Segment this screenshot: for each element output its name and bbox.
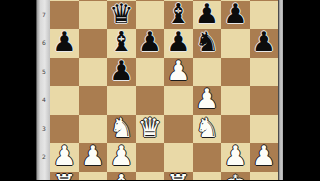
square-d5[interactable]	[136, 58, 165, 87]
rank-label-5: 5	[37, 58, 50, 87]
piece-white-pawn-b2: ♟	[81, 142, 105, 171]
piece-black-pawn-g7: ♟	[223, 0, 247, 28]
piece-white-pawn-f4: ♟	[195, 85, 219, 114]
piece-white-pawn-h2: ♟	[252, 142, 276, 171]
square-b5[interactable]	[79, 58, 108, 87]
square-b6[interactable]	[79, 29, 108, 58]
piece-black-bishop-e7: ♝	[166, 0, 190, 28]
rank-label-7: 7	[37, 1, 50, 30]
piece-black-queen-c7: ♛	[109, 0, 133, 28]
square-f6[interactable]: ♞	[193, 29, 222, 58]
chess-board: ♛♝♟♟♟♝♟♟♞♟♟♟♟♞♛♞♟♟♟♟♟♜♝♜♚	[50, 0, 278, 180]
board-viewport: ♛♝♟♟♟♝♟♟♞♟♟♟♟♞♛♞♟♟♟♟♟♜♝♜♚	[50, 0, 278, 180]
square-c1[interactable]: ♝	[107, 172, 136, 181]
square-b1[interactable]	[79, 172, 108, 181]
square-d6[interactable]: ♟	[136, 29, 165, 58]
piece-black-pawn-e6: ♟	[166, 28, 190, 57]
square-f4[interactable]: ♟	[193, 86, 222, 115]
square-g1[interactable]: ♚	[221, 172, 250, 181]
piece-white-pawn-c2: ♟	[109, 142, 133, 171]
square-b2[interactable]: ♟	[79, 143, 108, 172]
rank-label-6: 6	[37, 29, 50, 58]
square-g6[interactable]	[221, 29, 250, 58]
square-c2[interactable]: ♟	[107, 143, 136, 172]
piece-black-pawn-d6: ♟	[138, 28, 162, 57]
square-a7[interactable]	[50, 1, 79, 30]
square-d4[interactable]	[136, 86, 165, 115]
rank-label-strip: 87654321	[36, 0, 50, 180]
piece-white-rook-e1: ♜	[166, 171, 190, 181]
piece-white-pawn-a2: ♟	[52, 142, 76, 171]
square-a6[interactable]: ♟	[50, 29, 79, 58]
rank-label-3: 3	[37, 115, 50, 144]
square-h5[interactable]	[250, 58, 279, 87]
piece-black-pawn-f7: ♟	[195, 0, 219, 28]
square-h7[interactable]	[250, 1, 279, 30]
square-a2[interactable]: ♟	[50, 143, 79, 172]
square-f3[interactable]: ♞	[193, 115, 222, 144]
square-g4[interactable]	[221, 86, 250, 115]
square-b3[interactable]	[79, 115, 108, 144]
square-d2[interactable]	[136, 143, 165, 172]
square-h6[interactable]: ♟	[250, 29, 279, 58]
square-h1[interactable]	[250, 172, 279, 181]
piece-white-pawn-e5: ♟	[166, 57, 190, 86]
square-f7[interactable]: ♟	[193, 1, 222, 30]
square-e2[interactable]	[164, 143, 193, 172]
square-e6[interactable]: ♟	[164, 29, 193, 58]
square-c6[interactable]: ♝	[107, 29, 136, 58]
square-d7[interactable]	[136, 1, 165, 30]
square-a5[interactable]	[50, 58, 79, 87]
piece-white-knight-c3: ♞	[109, 114, 133, 143]
piece-white-rook-a1: ♜	[52, 171, 76, 181]
square-h3[interactable]	[250, 115, 279, 144]
piece-black-bishop-c6: ♝	[109, 28, 133, 57]
square-f5[interactable]	[193, 58, 222, 87]
piece-black-pawn-c5: ♟	[109, 57, 133, 86]
rank-label-2: 2	[37, 143, 50, 172]
board-right-border	[278, 0, 283, 180]
square-e4[interactable]	[164, 86, 193, 115]
video-frame: 87654321 ♛♝♟♟♟♝♟♟♞♟♟♟♟♞♛♞♟♟♟♟♟♜♝♜♚	[0, 0, 320, 180]
square-d3[interactable]: ♛	[136, 115, 165, 144]
square-e5[interactable]: ♟	[164, 58, 193, 87]
piece-black-pawn-h6: ♟	[252, 28, 276, 57]
piece-white-king-g1: ♚	[223, 171, 247, 181]
piece-white-queen-d3: ♛	[138, 114, 162, 143]
square-g5[interactable]	[221, 58, 250, 87]
square-b7[interactable]	[79, 1, 108, 30]
square-g2[interactable]: ♟	[221, 143, 250, 172]
piece-black-pawn-a6: ♟	[52, 28, 76, 57]
square-h2[interactable]: ♟	[250, 143, 279, 172]
rank-label-1: 1	[37, 172, 50, 181]
square-c4[interactable]	[107, 86, 136, 115]
letterbox-right	[283, 0, 320, 180]
piece-white-pawn-g2: ♟	[223, 142, 247, 171]
square-a1[interactable]: ♜	[50, 172, 79, 181]
square-g3[interactable]	[221, 115, 250, 144]
piece-white-bishop-c1: ♝	[109, 171, 133, 181]
square-a3[interactable]	[50, 115, 79, 144]
square-f1[interactable]	[193, 172, 222, 181]
rank-labels: 87654321	[37, 0, 50, 180]
square-g7[interactable]: ♟	[221, 1, 250, 30]
square-c7[interactable]: ♛	[107, 1, 136, 30]
letterbox-left	[0, 0, 36, 180]
rank-label-4: 4	[37, 86, 50, 115]
square-h4[interactable]	[250, 86, 279, 115]
square-c5[interactable]: ♟	[107, 58, 136, 87]
square-e3[interactable]	[164, 115, 193, 144]
square-d1[interactable]	[136, 172, 165, 181]
piece-white-knight-f3: ♞	[195, 114, 219, 143]
square-e7[interactable]: ♝	[164, 1, 193, 30]
square-b4[interactable]	[79, 86, 108, 115]
piece-black-knight-f6: ♞	[195, 28, 219, 57]
square-a4[interactable]	[50, 86, 79, 115]
square-f2[interactable]	[193, 143, 222, 172]
square-c3[interactable]: ♞	[107, 115, 136, 144]
square-e1[interactable]: ♜	[164, 172, 193, 181]
